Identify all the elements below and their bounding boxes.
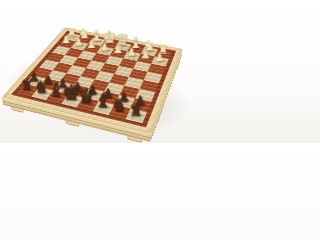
photo-scene: ♜♞♝♚♛♝♞♜♟♟♟♟♟♟♟♟♟♟♟♟♟♟♟♟♜♞♝♚♛♝♞♜ bbox=[0, 0, 200, 143]
piece-black-rook[interactable]: ♜ bbox=[122, 103, 148, 118]
piece-white-pawn[interactable]: ♟ bbox=[149, 52, 170, 63]
board-foot bbox=[177, 61, 180, 71]
board-foot bbox=[158, 110, 162, 122]
board-foot bbox=[11, 106, 24, 112]
board-foot bbox=[65, 120, 79, 127]
chess-set: ♜♞♝♚♛♝♞♜♟♟♟♟♟♟♟♟♟♟♟♟♟♟♟♟♜♞♝♚♛♝♞♜ bbox=[2, 27, 183, 133]
board-frame: ♜♞♝♚♛♝♞♜♟♟♟♟♟♟♟♟♟♟♟♟♟♟♟♟♜♞♝♚♛♝♞♜ bbox=[2, 27, 183, 133]
board-foot bbox=[128, 136, 143, 143]
